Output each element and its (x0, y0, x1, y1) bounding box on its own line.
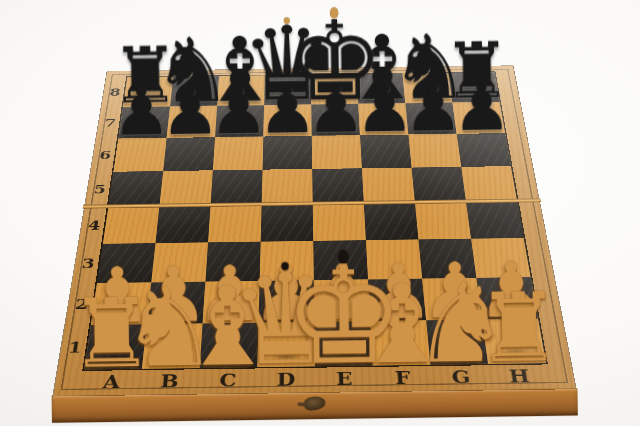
square-b5 (159, 170, 212, 206)
file-label-c: C (198, 367, 257, 392)
square-c2: ♟ (203, 281, 260, 324)
piece-shadow (265, 305, 308, 320)
square-h4 (466, 201, 524, 239)
square-b2: ♟ (147, 282, 206, 325)
piece-shadow (316, 92, 352, 103)
square-c8: ♝ (217, 75, 265, 105)
square-d1: ♛ (257, 322, 315, 367)
piece-shadow (91, 351, 137, 367)
rank-label-5: 5 (88, 171, 112, 206)
piece-shadow (456, 90, 494, 101)
square-e8: ♚ (311, 74, 358, 104)
square-b4 (155, 205, 210, 243)
square-e4 (313, 203, 366, 241)
square-g7: ♟ (405, 103, 456, 135)
piece-shadow (149, 350, 194, 366)
piece-shadow (378, 347, 423, 363)
square-h3 (471, 238, 531, 278)
square-c4 (208, 205, 262, 243)
square-h8: ♜ (448, 72, 499, 102)
file-label-g: G (431, 364, 492, 389)
square-e5 (312, 168, 364, 204)
piece-shadow (172, 125, 210, 136)
square-a4 (103, 206, 160, 244)
square-a8: ♜ (123, 77, 173, 107)
square-f3 (366, 239, 422, 279)
piece-shadow (363, 91, 400, 102)
square-d3 (260, 241, 314, 281)
square-e6 (312, 135, 362, 169)
square-b6 (163, 137, 215, 171)
finial-tan-icon (283, 18, 289, 25)
piece-shadow (431, 303, 475, 318)
piece-shadow (129, 94, 166, 105)
piece-shadow (460, 121, 499, 132)
square-d4 (261, 204, 314, 242)
square-g8: ♞ (403, 73, 453, 103)
metal-clasp-icon (303, 395, 326, 411)
square-d5 (262, 169, 313, 205)
piece-shadow (321, 304, 364, 319)
board-frame: ♜♞♝♛♚♝♞♜♟♟♟♟♟♟♟♟♟♟♟♟♟♟♟♟♜♞♝♛♚♝♞♜ 8765432… (53, 66, 575, 396)
square-f8: ♝ (357, 74, 406, 104)
square-c3 (205, 242, 260, 282)
square-c1: ♝ (200, 323, 259, 368)
piece-shadow (321, 347, 366, 363)
file-label-b: B (139, 368, 199, 393)
piece-shadow (365, 122, 403, 133)
square-e2: ♟ (314, 279, 370, 321)
square-c5 (211, 170, 263, 206)
finial-tan-icon (330, 7, 338, 18)
file-label-d: D (257, 367, 316, 392)
square-b8: ♞ (170, 76, 219, 106)
square-g3 (418, 239, 476, 279)
piece-shadow (264, 348, 308, 364)
piece-shadow (221, 124, 258, 135)
file-label-e: E (315, 366, 374, 391)
square-d6 (263, 136, 313, 170)
square-h1: ♜ (482, 319, 546, 364)
square-g6 (408, 134, 461, 168)
square-g5 (412, 167, 466, 203)
piece-shadow (269, 123, 306, 134)
square-f6 (360, 135, 412, 169)
square-f7: ♟ (358, 103, 408, 135)
piece-shadow (486, 302, 531, 317)
chess-board: ♜♞♝♛♚♝♞♜♟♟♟♟♟♟♟♟♟♟♟♟♟♟♟♟♜♞♝♛♚♝♞♜ 8765432… (23, 0, 601, 426)
square-d8: ♛ (264, 75, 311, 105)
piece-shadow (317, 123, 354, 134)
square-f5 (362, 168, 415, 204)
file-label-f: F (373, 365, 433, 390)
square-d2: ♟ (259, 280, 315, 322)
square-a1: ♜ (84, 324, 146, 369)
square-h7: ♟ (452, 102, 505, 134)
square-g1: ♞ (426, 320, 488, 365)
piece-shadow (413, 121, 451, 132)
square-a5 (108, 171, 163, 207)
square-b7: ♟ (167, 106, 217, 138)
square-a6 (113, 138, 166, 172)
square-c7: ♟ (215, 105, 264, 137)
photo-scene: ♜♞♝♛♚♝♞♜♟♟♟♟♟♟♟♟♟♟♟♟♟♟♟♟♜♞♝♛♚♝♞♜ 8765432… (0, 0, 640, 426)
piece-shadow (176, 94, 213, 105)
square-g4 (415, 202, 471, 240)
piece-shadow (270, 93, 306, 104)
piece-shadow (207, 349, 252, 365)
square-f4 (364, 202, 419, 240)
piece-shadow (492, 345, 538, 361)
piece-shadow (435, 346, 481, 362)
square-a3 (97, 243, 155, 283)
square-h5 (461, 166, 517, 202)
file-label-a: A (81, 369, 142, 394)
board-grid: ♜♞♝♛♚♝♞♜♟♟♟♟♟♟♟♟♟♟♟♟♟♟♟♟♜♞♝♛♚♝♞♜ (84, 72, 546, 369)
piece-shadow (410, 91, 447, 102)
square-d7: ♟ (263, 105, 311, 137)
piece-shadow (124, 125, 162, 136)
square-h6 (457, 133, 511, 167)
square-e3 (313, 240, 368, 280)
piece-shadow (98, 307, 143, 322)
square-g2: ♟ (422, 278, 482, 320)
piece-shadow (376, 303, 420, 318)
square-e7: ♟ (311, 104, 360, 136)
piece-shadow (209, 306, 252, 321)
square-e1: ♚ (314, 321, 372, 366)
board-perspective: ♜♞♝♛♚♝♞♜♟♟♟♟♟♟♟♟♟♟♟♟♟♟♟♟♜♞♝♛♚♝♞♜ 8765432… (53, 66, 575, 396)
square-f1: ♝ (370, 320, 430, 365)
piece-shadow (153, 306, 197, 321)
square-a7: ♟ (118, 106, 170, 138)
square-c6 (213, 137, 264, 171)
square-h2: ♟ (476, 277, 538, 319)
square-b1: ♞ (142, 323, 203, 368)
piece-shadow (223, 93, 259, 104)
square-a2: ♟ (91, 282, 151, 325)
square-b3 (151, 242, 208, 282)
file-label-h: H (488, 363, 550, 388)
square-f2: ♟ (368, 279, 426, 321)
